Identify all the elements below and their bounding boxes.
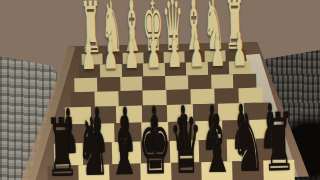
board-square [222, 120, 250, 140]
board-square [54, 143, 83, 165]
board-square [143, 75, 166, 90]
board-square [238, 87, 262, 103]
board-square [94, 91, 118, 107]
board-square [74, 77, 97, 92]
board-square [168, 121, 196, 141]
board-square [65, 107, 91, 125]
board-square [70, 91, 94, 107]
board-square [208, 61, 230, 74]
board-square [167, 104, 193, 122]
chess-board: ♜♞♝♚♛♝♞♜♟♟♟♟♟♟♟♟♟♟♟♟♟♟♟♟♜♞♝♚♛♝♞♜ [0, 0, 320, 180]
board-square [121, 64, 143, 77]
board-square [47, 165, 78, 180]
board-square [193, 104, 219, 122]
board-square [87, 123, 115, 143]
board-square [233, 73, 256, 88]
board-square [116, 106, 142, 124]
board-square [229, 61, 251, 74]
board-square [264, 159, 296, 180]
board-square [218, 103, 244, 121]
board-square [225, 50, 246, 61]
board-square [123, 53, 144, 64]
board-square [190, 88, 214, 104]
board-square [114, 123, 142, 143]
board-square [140, 162, 172, 180]
board-square [109, 163, 140, 180]
board-square [143, 52, 164, 63]
board-square [211, 74, 234, 89]
board-square [214, 88, 238, 104]
board-square [202, 161, 233, 180]
board-square [78, 164, 109, 180]
board-square [83, 142, 112, 164]
board-square [102, 53, 123, 64]
board-square [198, 139, 227, 161]
board-square [195, 121, 223, 141]
board-square [227, 139, 256, 161]
board-square [171, 162, 202, 180]
board-square [118, 90, 142, 106]
board-square [120, 76, 143, 91]
board-square [256, 138, 285, 160]
board-square [164, 62, 186, 75]
board-square [142, 105, 168, 123]
scene-photo: ♜♞♝♚♛♝♞♜♟♟♟♟♟♟♟♟♟♟♟♟♟♟♟♟♜♞♝♚♛♝♞♜ [0, 0, 320, 180]
board-square [91, 106, 117, 124]
board-square [165, 75, 188, 90]
board-square [141, 122, 169, 142]
chess-board-area: ♜♞♝♚♛♝♞♜♟♟♟♟♟♟♟♟♟♟♟♟♟♟♟♟♜♞♝♚♛♝♞♜ [0, 0, 320, 180]
board-square [188, 74, 211, 89]
board-square [205, 51, 226, 62]
board-square [164, 52, 185, 63]
board-square [233, 160, 264, 180]
board-square [169, 140, 198, 162]
board-square [244, 102, 270, 120]
board-square [112, 142, 141, 164]
board-square [141, 141, 170, 163]
board-square [186, 62, 208, 75]
board-square [100, 64, 122, 77]
board-square [60, 124, 88, 144]
board-square [78, 65, 100, 78]
board-square [142, 89, 166, 105]
board-square [97, 77, 120, 92]
board-square [184, 51, 205, 62]
board-square [143, 63, 165, 76]
board-square [82, 54, 103, 65]
board-square [249, 119, 277, 139]
board-square [166, 89, 190, 105]
